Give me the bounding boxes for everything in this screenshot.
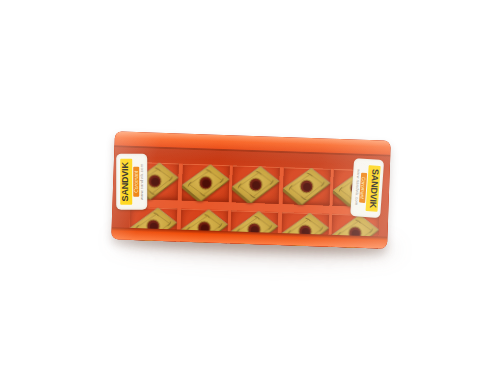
label-left-content: SANDVIK Coromant www.sandvik.com xyxy=(118,156,146,208)
product-photo: SANDVIK Coromant www.sandvik.com SANDVIK… xyxy=(0,0,499,374)
carbide-insert xyxy=(282,167,330,206)
label-right: SANDVIK Coromant www.sandvik.com xyxy=(350,158,384,218)
carbide-insert xyxy=(232,165,280,204)
coromant-wordmark: Coromant xyxy=(132,167,138,197)
insert-compartment xyxy=(232,165,280,204)
insert-compartment xyxy=(181,164,229,203)
insert-tray xyxy=(112,145,391,237)
carbide-insert xyxy=(181,164,229,203)
label-left: SANDVIK Coromant www.sandvik.com xyxy=(116,154,147,210)
label-right-content: SANDVIK Coromant www.sandvik.com xyxy=(351,161,383,215)
insert-compartment xyxy=(282,167,330,206)
insert-box: SANDVIK Coromant www.sandvik.com SANDVIK… xyxy=(111,131,391,249)
sandvik-wordmark: SANDVIK xyxy=(366,166,381,212)
sandvik-wordmark: SANDVIK xyxy=(120,159,131,204)
website-text: www.sandvik.com xyxy=(139,164,143,200)
